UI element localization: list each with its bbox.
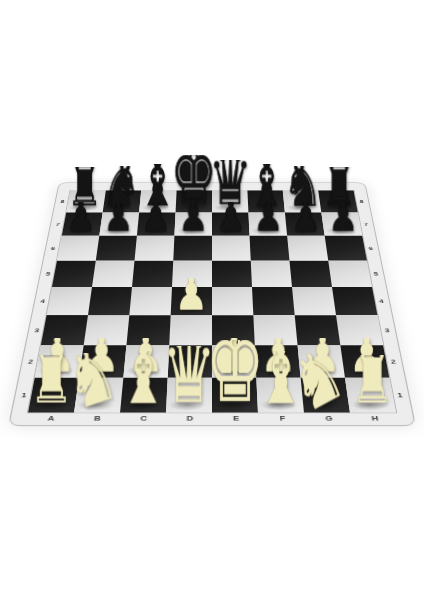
square-a4[interactable] (47, 287, 92, 315)
file-label-c: C (120, 413, 167, 424)
square-h7[interactable]: ♟︎ (321, 212, 362, 235)
pawn-glyph: ♟︎ (103, 199, 133, 234)
square-c4[interactable] (129, 287, 172, 315)
scene: 87654321 87654321 ABCDEFGH ♜︎♞︎♝︎♚︎♛︎♝︎♞… (0, 0, 424, 600)
square-b6[interactable] (96, 236, 137, 261)
piece-black-pawn-e7[interactable]: ♟︎ (214, 202, 248, 234)
piece-white-knight-g1[interactable]: ♞︎ (297, 353, 357, 410)
pawn-glyph: ♟︎ (66, 199, 96, 234)
piece-black-pawn-c7[interactable]: ♟︎ (139, 202, 173, 234)
file-labels-bottom: ABCDEFGH (27, 413, 399, 424)
square-b4[interactable] (88, 287, 132, 315)
rook-glyph: ♜︎ (350, 342, 395, 410)
square-b1[interactable]: ♞︎ (74, 378, 123, 413)
square-a5[interactable] (52, 261, 96, 287)
square-c7[interactable]: ♟︎ (137, 212, 176, 235)
pawn-glyph: ♟︎ (178, 199, 208, 234)
pawn-glyph: ♟︎ (328, 199, 358, 234)
square-h6[interactable] (325, 236, 367, 261)
file-label-h: H (351, 413, 399, 424)
photo-stage: 87654321 87654321 ABCDEFGH ♜︎♞︎♝︎♚︎♛︎♝︎♞… (0, 0, 424, 600)
piece-black-pawn-a7[interactable]: ♟︎ (64, 202, 98, 234)
square-g5[interactable] (289, 261, 332, 287)
piece-white-knight-b1[interactable]: ♞︎ (68, 353, 128, 410)
square-g1[interactable]: ♞︎ (301, 378, 350, 413)
piece-black-pawn-g7[interactable]: ♟︎ (289, 202, 323, 234)
square-f5[interactable] (251, 261, 292, 287)
king-glyph: ♚︎ (205, 320, 264, 410)
pawn-glyph: ♟︎ (291, 199, 321, 234)
square-a6[interactable] (57, 236, 99, 261)
square-g4[interactable] (292, 287, 336, 315)
square-h5[interactable] (328, 261, 372, 287)
square-e6[interactable] (212, 236, 251, 261)
file-label-b: B (74, 413, 122, 424)
file-label-e: E (213, 413, 260, 424)
square-g7[interactable]: ♟︎ (285, 212, 325, 235)
piece-white-pawn-d4[interactable]: ♟︎ (173, 278, 210, 313)
board-grid: ♜︎♞︎♝︎♚︎♛︎♝︎♞︎♜︎♟︎♟︎♟︎♟︎♟︎♟︎♟︎♟︎♟︎♟︎♟︎♟︎… (28, 190, 396, 412)
pawn-glyph: ♟︎ (253, 199, 283, 234)
piece-black-pawn-f7[interactable]: ♟︎ (251, 202, 285, 234)
square-h4[interactable] (332, 287, 377, 315)
square-b5[interactable] (92, 261, 135, 287)
square-e7[interactable]: ♟︎ (212, 212, 250, 235)
piece-white-king-e1[interactable]: ♚︎ (198, 340, 272, 410)
file-label-a: A (27, 413, 75, 424)
chess-board: 87654321 87654321 ABCDEFGH ♜︎♞︎♝︎♚︎♛︎♝︎♞… (8, 183, 416, 427)
file-label-g: G (305, 413, 353, 424)
square-b7[interactable]: ♟︎ (99, 212, 139, 235)
square-f6[interactable] (250, 236, 290, 261)
pawn-glyph: ♟︎ (175, 274, 208, 313)
piece-black-pawn-d7[interactable]: ♟︎ (176, 202, 210, 234)
square-f7[interactable]: ♟︎ (248, 212, 287, 235)
square-c5[interactable] (132, 261, 173, 287)
pawn-glyph: ♟︎ (216, 199, 246, 234)
square-c6[interactable] (135, 236, 175, 261)
piece-black-pawn-h7[interactable]: ♟︎ (326, 202, 360, 234)
square-d6[interactable] (173, 236, 212, 261)
file-label-d: D (167, 413, 214, 424)
square-e1[interactable]: ♚︎ (212, 378, 258, 413)
square-a7[interactable]: ♟︎ (62, 212, 103, 235)
square-e5[interactable] (212, 261, 252, 287)
square-d7[interactable]: ♟︎ (174, 212, 212, 235)
pawn-glyph: ♟︎ (141, 199, 171, 234)
piece-black-pawn-b7[interactable]: ♟︎ (102, 202, 136, 234)
file-label-f: F (259, 413, 306, 424)
board-frame: 87654321 87654321 ABCDEFGH ♜︎♞︎♝︎♚︎♛︎♝︎♞… (8, 183, 416, 427)
square-g6[interactable] (287, 236, 328, 261)
